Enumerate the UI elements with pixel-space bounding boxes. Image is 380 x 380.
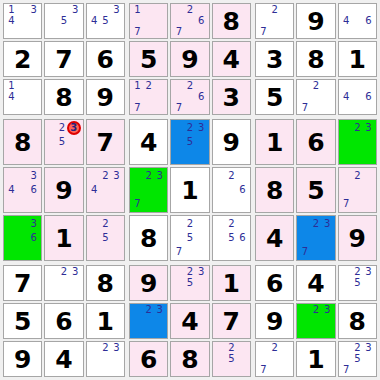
candidate-7: 7	[299, 245, 310, 259]
empty-candidate-slot	[280, 16, 291, 27]
empty-candidate-slot	[89, 231, 100, 245]
candidate-2: 2	[269, 343, 280, 354]
empty-candidate-slot	[280, 5, 291, 16]
cell-r8c2[interactable]: 6	[44, 303, 83, 339]
solved-digit: 1	[181, 178, 198, 203]
empty-candidate-slot	[280, 364, 291, 375]
empty-candidate-slot	[341, 149, 352, 163]
cell-r1c8[interactable]: 9	[296, 3, 335, 39]
cell-r6c5[interactable]: 257	[170, 215, 209, 261]
pencil-marks: 234	[87, 168, 124, 212]
pencil-marks: 35	[45, 4, 82, 38]
empty-candidate-slot	[363, 288, 374, 299]
empty-candidate-slot	[58, 26, 69, 37]
empty-candidate-slot	[341, 121, 352, 135]
candidate-7: 7	[173, 26, 184, 37]
cell-r6c4[interactable]: 8	[129, 215, 168, 261]
solved-digit: 1	[97, 309, 114, 334]
empty-candidate-slot	[196, 231, 207, 245]
cell-r7c9[interactable]: 235	[338, 265, 377, 301]
cell-r8c3[interactable]: 1	[86, 303, 125, 339]
empty-candidate-slot	[310, 316, 321, 327]
cell-r1c9[interactable]: 46	[338, 3, 377, 39]
empty-candidate-slot	[6, 245, 17, 259]
cell-r5c5[interactable]: 1	[170, 167, 209, 213]
empty-candidate-slot	[111, 245, 122, 259]
empty-candidate-slot	[352, 92, 363, 103]
empty-candidate-slot	[299, 305, 310, 316]
empty-candidate-slot	[184, 149, 195, 163]
candidate-5: 5	[226, 231, 237, 245]
solved-digit: 8	[181, 347, 198, 372]
empty-candidate-slot	[280, 343, 291, 354]
empty-candidate-slot	[111, 364, 122, 375]
candidate-3: 3	[322, 217, 333, 231]
empty-candidate-slot	[154, 81, 165, 92]
cell-r7c4[interactable]: 9	[129, 265, 168, 301]
solved-digit: 1	[307, 347, 324, 372]
cell-r3c5[interactable]: 267	[170, 79, 209, 115]
solved-digit: 2	[14, 47, 31, 72]
empty-candidate-slot	[173, 278, 184, 289]
solved-digit: 6	[266, 271, 283, 296]
empty-candidate-slot	[269, 16, 280, 27]
empty-candidate-slot	[237, 354, 248, 365]
empty-candidate-slot	[341, 278, 352, 289]
cell-r5c9[interactable]: 27	[338, 167, 377, 213]
cell-r5c6[interactable]: 26	[212, 167, 251, 213]
cell-r8c8[interactable]: 23	[296, 303, 335, 339]
empty-candidate-slot	[196, 149, 207, 163]
candidate-2: 2	[226, 217, 237, 231]
empty-candidate-slot	[47, 121, 57, 135]
candidate-7: 7	[258, 26, 269, 37]
cell-r9c8[interactable]: 1	[296, 341, 335, 377]
empty-candidate-slot	[173, 135, 184, 149]
empty-candidate-slot	[352, 81, 363, 92]
solved-digit: 1	[349, 47, 366, 72]
empty-candidate-slot	[6, 217, 17, 231]
empty-candidate-slot	[363, 197, 374, 211]
empty-candidate-slot	[352, 135, 363, 149]
pencil-marks: 235	[171, 120, 208, 164]
empty-candidate-slot	[143, 197, 154, 211]
cell-r2c7[interactable]: 3	[255, 41, 294, 77]
empty-candidate-slot	[196, 245, 207, 259]
empty-candidate-slot	[184, 288, 195, 299]
solved-digit: 9	[55, 178, 72, 203]
empty-candidate-slot	[352, 197, 363, 211]
empty-candidate-slot	[310, 231, 321, 245]
cell-r3c9[interactable]: 46	[338, 79, 377, 115]
solved-digit: 4	[55, 347, 72, 372]
box-8: 9235123476825	[129, 265, 251, 377]
cell-r2c8[interactable]: 8	[296, 41, 335, 77]
cell-r8c6[interactable]: 7	[212, 303, 251, 339]
candidate-4: 4	[89, 16, 100, 27]
cell-r9c3[interactable]: 23	[86, 341, 125, 377]
candidate-2: 2	[269, 5, 280, 16]
empty-candidate-slot	[196, 278, 207, 289]
empty-candidate-slot	[132, 169, 143, 183]
cell-r2c5[interactable]: 9	[170, 41, 209, 77]
cell-r9c6[interactable]: 25	[212, 341, 251, 377]
cell-r1c5[interactable]: 267	[170, 3, 209, 39]
empty-candidate-slot	[17, 197, 28, 211]
empty-candidate-slot	[47, 135, 57, 149]
empty-candidate-slot	[269, 354, 280, 365]
empty-candidate-slot	[47, 16, 58, 27]
empty-candidate-slot	[322, 326, 333, 337]
solved-digit: 8	[140, 226, 157, 251]
candidate-6: 6	[237, 183, 248, 197]
empty-candidate-slot	[70, 26, 81, 37]
candidate-5: 5	[352, 278, 363, 289]
empty-candidate-slot	[173, 5, 184, 16]
solved-digit: 3	[223, 85, 240, 110]
cell-r3c2[interactable]: 8	[44, 79, 83, 115]
empty-candidate-slot	[215, 197, 226, 211]
candidate-5: 5	[100, 16, 111, 27]
cell-r7c6[interactable]: 1	[212, 265, 251, 301]
cell-r6c8[interactable]: 237	[296, 215, 335, 261]
cell-r2c3[interactable]: 6	[86, 41, 125, 77]
empty-candidate-slot	[173, 267, 184, 278]
cell-r9c2[interactable]: 4	[44, 341, 83, 377]
candidate-7: 7	[173, 245, 184, 259]
empty-candidate-slot	[154, 316, 165, 327]
cell-r5c2[interactable]: 9	[44, 167, 83, 213]
empty-candidate-slot	[67, 149, 81, 163]
cell-r1c3[interactable]: 345	[86, 3, 125, 39]
empty-candidate-slot	[143, 183, 154, 197]
empty-candidate-slot	[17, 102, 28, 113]
empty-candidate-slot	[184, 245, 195, 259]
empty-candidate-slot	[28, 26, 39, 37]
candidate-3: 3	[70, 267, 81, 278]
candidate-3: 3	[363, 267, 374, 278]
cell-r6c2[interactable]: 1	[44, 215, 83, 261]
cell-r1c4[interactable]: 17	[129, 3, 168, 39]
cell-r2c2[interactable]: 7	[44, 41, 83, 77]
empty-candidate-slot	[17, 231, 28, 245]
empty-candidate-slot	[132, 92, 143, 103]
empty-candidate-slot	[17, 245, 28, 259]
solved-digit: 7	[14, 271, 31, 296]
empty-candidate-slot	[322, 92, 333, 103]
cell-r8c4[interactable]: 23	[129, 303, 168, 339]
cell-r5c4[interactable]: 237	[129, 167, 168, 213]
pencil-marks: 237	[297, 216, 334, 260]
cell-r3c7[interactable]: 5	[255, 79, 294, 115]
cell-r4c8[interactable]: 6	[296, 119, 335, 165]
candidate-5: 5	[57, 135, 67, 149]
box-4: 82357346923436125	[3, 119, 125, 261]
empty-candidate-slot	[310, 92, 321, 103]
candidate-5: 5	[352, 354, 363, 365]
cell-r7c7[interactable]: 6	[255, 265, 294, 301]
cell-r3c4[interactable]: 127	[129, 79, 168, 115]
cell-r8c7[interactable]: 9	[255, 303, 294, 339]
cell-r9c9[interactable]: 2357	[338, 341, 377, 377]
solved-digit: 3	[266, 47, 283, 72]
empty-candidate-slot	[341, 169, 352, 183]
cell-r1c1[interactable]: 134	[3, 3, 42, 39]
cell-r4c3[interactable]: 7	[86, 119, 125, 165]
empty-candidate-slot	[299, 326, 310, 337]
solved-digit: 4	[223, 47, 240, 72]
candidate-2: 2	[143, 305, 154, 316]
empty-candidate-slot	[363, 169, 374, 183]
candidate-7: 7	[341, 364, 352, 375]
cell-r6c9[interactable]: 9	[338, 215, 377, 261]
candidate-6: 6	[28, 231, 39, 245]
solved-digit: 5	[266, 85, 283, 110]
cell-r7c3[interactable]: 8	[86, 265, 125, 301]
empty-candidate-slot	[17, 81, 28, 92]
candidate-3: 3	[363, 343, 374, 354]
empty-candidate-slot	[215, 169, 226, 183]
empty-candidate-slot	[352, 102, 363, 113]
empty-candidate-slot	[28, 81, 39, 92]
pencil-marks: 256	[213, 216, 250, 260]
empty-candidate-slot	[143, 102, 154, 113]
empty-candidate-slot	[237, 364, 248, 375]
cell-r6c7[interactable]: 4	[255, 215, 294, 261]
cell-r1c6[interactable]: 8	[212, 3, 251, 39]
empty-candidate-slot	[299, 92, 310, 103]
candidate-3: 3	[196, 121, 207, 135]
pencil-marks: 235	[171, 266, 208, 300]
cell-r4c2[interactable]: 235	[44, 119, 83, 165]
solved-digit: 8	[266, 178, 283, 203]
cell-r8c1[interactable]: 5	[3, 303, 42, 339]
cell-r3c8[interactable]: 27	[296, 79, 335, 115]
cell-r9c5[interactable]: 8	[170, 341, 209, 377]
empty-candidate-slot	[269, 26, 280, 37]
solved-digit: 8	[14, 130, 31, 155]
empty-candidate-slot	[154, 326, 165, 337]
cell-r6c3[interactable]: 25	[86, 215, 125, 261]
candidate-3: 3	[196, 267, 207, 278]
candidate-2: 2	[310, 305, 321, 316]
pencil-marks: 127	[130, 80, 167, 114]
empty-candidate-slot	[47, 278, 58, 289]
cell-r5c8[interactable]: 5	[296, 167, 335, 213]
cell-r8c9[interactable]: 8	[338, 303, 377, 339]
cell-r8c5[interactable]: 4	[170, 303, 209, 339]
empty-candidate-slot	[215, 231, 226, 245]
solved-digit: 9	[97, 85, 114, 110]
cell-r4c7[interactable]: 1	[255, 119, 294, 165]
cell-r5c1[interactable]: 346	[3, 167, 42, 213]
empty-candidate-slot	[341, 343, 352, 354]
candidate-2: 2	[100, 343, 111, 354]
empty-candidate-slot	[154, 183, 165, 197]
empty-candidate-slot	[28, 245, 39, 259]
cell-r9c7[interactable]: 27	[255, 341, 294, 377]
cell-r5c7[interactable]: 8	[255, 167, 294, 213]
cell-r7c8[interactable]: 4	[296, 265, 335, 301]
solved-digit: 4	[307, 271, 324, 296]
empty-candidate-slot	[237, 197, 248, 211]
cell-r4c9[interactable]: 23	[338, 119, 377, 165]
candidate-7: 7	[173, 102, 184, 113]
empty-candidate-slot	[6, 102, 17, 113]
candidate-4: 4	[89, 183, 100, 197]
pencil-marks: 27	[256, 4, 293, 38]
cell-r9c1[interactable]: 9	[3, 341, 42, 377]
cell-r4c4[interactable]: 4	[129, 119, 168, 165]
cell-r2c9[interactable]: 1	[338, 41, 377, 77]
cell-r3c3[interactable]: 9	[86, 79, 125, 115]
solved-digit: 4	[140, 130, 157, 155]
solved-digit: 8	[349, 309, 366, 334]
empty-candidate-slot	[143, 5, 154, 16]
candidate-3: 3	[363, 121, 374, 135]
cell-r7c2[interactable]: 23	[44, 265, 83, 301]
candidate-3: 3	[154, 169, 165, 183]
empty-candidate-slot	[154, 16, 165, 27]
candidate-5: 5	[100, 231, 111, 245]
cell-r4c6[interactable]: 9	[212, 119, 251, 165]
solved-digit: 4	[266, 226, 283, 251]
empty-candidate-slot	[322, 81, 333, 92]
cell-r4c5[interactable]: 235	[170, 119, 209, 165]
empty-candidate-slot	[341, 288, 352, 299]
empty-candidate-slot	[58, 288, 69, 299]
cell-r2c4[interactable]: 5	[129, 41, 168, 77]
solved-digit: 7	[97, 130, 114, 155]
empty-candidate-slot	[299, 217, 310, 231]
candidate-4: 4	[6, 16, 17, 27]
pencil-marks: 267	[171, 80, 208, 114]
pencil-marks: 36	[4, 216, 41, 260]
cell-r9c4[interactable]: 6	[129, 341, 168, 377]
candidate-6: 6	[363, 92, 374, 103]
empty-candidate-slot	[258, 16, 269, 27]
empty-candidate-slot	[17, 5, 28, 16]
candidate-7: 7	[258, 364, 269, 375]
pencil-marks: 27	[256, 342, 293, 376]
empty-candidate-slot	[184, 26, 195, 37]
box-6: 1623852742379	[255, 119, 377, 261]
empty-candidate-slot	[28, 92, 39, 103]
pencil-marks: 235	[339, 266, 376, 300]
solved-digit: 6	[97, 47, 114, 72]
empty-candidate-slot	[17, 217, 28, 231]
empty-candidate-slot	[111, 231, 122, 245]
empty-candidate-slot	[154, 92, 165, 103]
empty-candidate-slot	[111, 354, 122, 365]
solved-digit: 9	[181, 47, 198, 72]
empty-candidate-slot	[363, 102, 374, 113]
candidate-7: 7	[132, 102, 143, 113]
empty-candidate-slot	[47, 5, 58, 16]
empty-candidate-slot	[215, 354, 226, 365]
empty-candidate-slot	[111, 183, 122, 197]
empty-candidate-slot	[17, 26, 28, 37]
empty-candidate-slot	[215, 343, 226, 354]
cell-r7c1[interactable]: 7	[3, 265, 42, 301]
empty-candidate-slot	[215, 217, 226, 231]
solved-digit: 4	[181, 309, 198, 334]
empty-candidate-slot	[310, 245, 321, 259]
solved-digit: 5	[307, 178, 324, 203]
candidate-6: 6	[363, 16, 374, 27]
empty-candidate-slot	[17, 92, 28, 103]
empty-candidate-slot	[6, 169, 17, 183]
empty-candidate-slot	[58, 278, 69, 289]
candidate-3: 3	[111, 5, 122, 16]
candidate-7: 7	[132, 197, 143, 211]
empty-candidate-slot	[215, 183, 226, 197]
empty-candidate-slot	[6, 197, 17, 211]
candidate-6: 6	[237, 231, 248, 245]
empty-candidate-slot	[341, 26, 352, 37]
cell-r1c2[interactable]: 35	[44, 3, 83, 39]
empty-candidate-slot	[352, 364, 363, 375]
cell-r6c1[interactable]: 36	[3, 215, 42, 261]
empty-candidate-slot	[215, 245, 226, 259]
cell-r2c6[interactable]: 4	[212, 41, 251, 77]
empty-candidate-slot	[6, 231, 17, 245]
cell-r5c3[interactable]: 234	[86, 167, 125, 213]
empty-candidate-slot	[173, 231, 184, 245]
candidate-7: 7	[341, 197, 352, 211]
cell-r2c1[interactable]: 2	[3, 41, 42, 77]
solved-digit: 5	[14, 309, 31, 334]
solved-digit: 1	[223, 271, 240, 296]
empty-candidate-slot	[89, 343, 100, 354]
empty-candidate-slot	[322, 231, 333, 245]
empty-candidate-slot	[341, 102, 352, 113]
empty-candidate-slot	[89, 217, 100, 231]
pencil-marks: 23	[130, 304, 167, 338]
empty-candidate-slot	[363, 364, 374, 375]
solved-digit: 6	[307, 130, 324, 155]
empty-candidate-slot	[89, 197, 100, 211]
empty-candidate-slot	[89, 354, 100, 365]
candidate-2: 2	[184, 81, 195, 92]
empty-candidate-slot	[154, 5, 165, 16]
empty-candidate-slot	[258, 354, 269, 365]
empty-candidate-slot	[173, 217, 184, 231]
cell-r4c1[interactable]: 8	[3, 119, 42, 165]
empty-candidate-slot	[363, 278, 374, 289]
empty-candidate-slot	[143, 26, 154, 37]
empty-candidate-slot	[70, 16, 81, 27]
cell-r3c1[interactable]: 14	[3, 79, 42, 115]
cell-r7c5[interactable]: 235	[170, 265, 209, 301]
empty-candidate-slot	[111, 26, 122, 37]
empty-candidate-slot	[173, 288, 184, 299]
cell-r1c7[interactable]: 27	[255, 3, 294, 39]
empty-candidate-slot	[196, 135, 207, 149]
pencil-marks: 257	[171, 216, 208, 260]
candidate-3: 3	[28, 169, 39, 183]
empty-candidate-slot	[184, 102, 195, 113]
empty-candidate-slot	[322, 245, 333, 259]
solved-digit: 9	[307, 9, 324, 34]
cell-r6c6[interactable]: 256	[212, 215, 251, 261]
candidate-2: 2	[58, 267, 69, 278]
candidate-2: 2	[143, 81, 154, 92]
solved-digit: 6	[140, 347, 157, 372]
cell-r3c6[interactable]: 3	[212, 79, 251, 115]
empty-candidate-slot	[143, 16, 154, 27]
empty-candidate-slot	[363, 354, 374, 365]
